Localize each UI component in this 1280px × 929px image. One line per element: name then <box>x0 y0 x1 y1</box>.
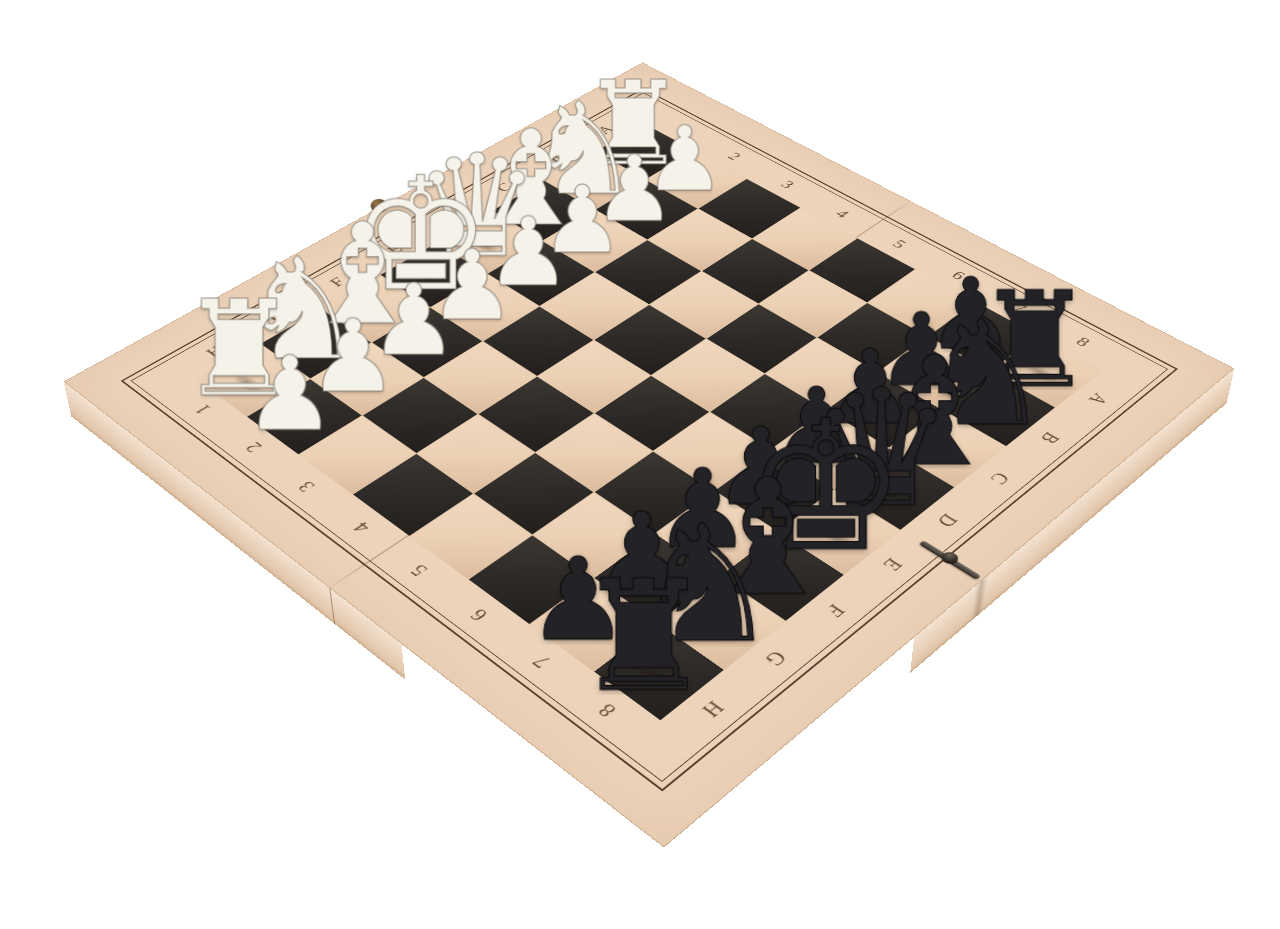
clasp-knob-icon <box>938 550 961 566</box>
file-label-near-H: H <box>696 696 730 721</box>
clasp-latch-icon <box>919 540 981 580</box>
rank-label-left-2: 2 <box>240 438 267 456</box>
box-side-left-seam <box>329 587 336 624</box>
rank-label-right-2: 2 <box>723 150 745 163</box>
black-rook-icon: ♜ <box>575 559 713 713</box>
rank-label-left-4: 4 <box>348 518 376 537</box>
rank-label-left-6: 6 <box>465 604 494 625</box>
rank-label-right-3: 3 <box>776 178 798 191</box>
file-label-near-B: B <box>1035 428 1065 447</box>
rank-label-left-3: 3 <box>293 477 321 495</box>
rank-label-right-4: 4 <box>831 207 853 221</box>
chess-board-grid: ♜♟♟♜♞♟♟♞♝♟♟♝♛♟♟♛♚♟♟♚♝♟♟♝♞♟♟♞♜♟♟♜ <box>197 124 1102 721</box>
file-label-near-F: F <box>820 600 850 621</box>
file-label-near-D: D <box>931 510 962 531</box>
white-pawn-icon: ♟ <box>243 343 335 446</box>
file-label-near-G: G <box>759 646 792 670</box>
square-h8[interactable]: ♜ <box>594 623 724 720</box>
file-label-near-C: C <box>984 468 1014 488</box>
chess-board-box: ♜♟♟♜♞♟♟♞♝♟♟♝♛♟♟♛♚♟♟♚♝♟♟♝♞♟♟♞♜♟♟♜ AABBCCD… <box>64 62 1235 847</box>
rank-label-right-5: 5 <box>888 237 910 251</box>
file-label-near-A: A <box>1083 390 1113 409</box>
rank-label-left-7: 7 <box>527 651 556 673</box>
board-scene: ♜♟♟♜♞♟♟♞♝♟♟♝♛♟♟♛♚♟♟♚♝♟♟♝♞♟♟♞♜♟♟♜ AABBCCD… <box>0 0 1280 929</box>
file-label-near-E: E <box>877 554 907 575</box>
square-h2[interactable]: ♟ <box>247 379 362 454</box>
piece-white-pawn-h2[interactable]: ♟ <box>247 379 362 454</box>
piece-black-rook-h8[interactable]: ♜ <box>594 623 724 720</box>
rank-label-left-5: 5 <box>405 560 434 580</box>
rank-label-left-8: 8 <box>593 699 623 722</box>
board-top: ♜♟♟♜♞♟♟♞♝♟♟♝♛♟♟♛♚♟♟♚♝♟♟♝♞♟♟♞♜♟♟♜ AABBCCD… <box>64 62 1235 847</box>
rank-label-left-1: 1 <box>190 401 217 418</box>
